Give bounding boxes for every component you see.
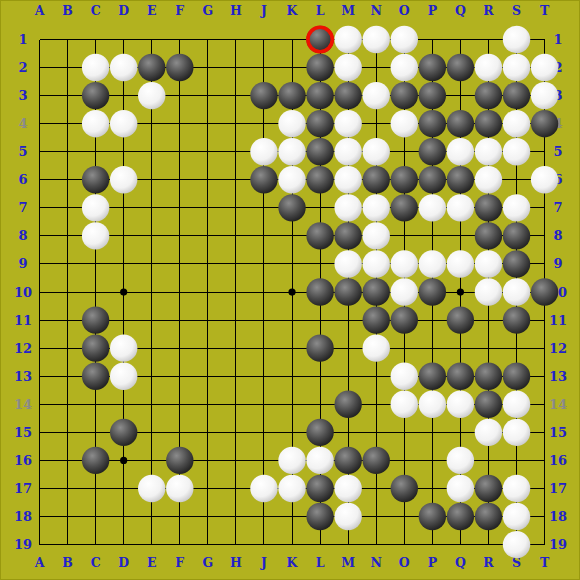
col-label-top: R	[483, 3, 494, 18]
col-label-top: C	[91, 3, 101, 18]
row-label-right: 11	[549, 313, 567, 328]
stone-white-P14	[419, 391, 446, 418]
row-label-left: 10	[14, 285, 32, 300]
stone-white-T3	[531, 82, 558, 109]
row-label-right: 12	[549, 341, 567, 356]
stone-white-F17	[166, 475, 193, 502]
stone-white-M5	[334, 138, 361, 165]
stone-black-N16	[363, 447, 390, 474]
stone-black-R4	[475, 110, 502, 137]
stone-white-O2	[391, 54, 418, 81]
stone-black-P4	[419, 110, 446, 137]
row-label-right: 16	[549, 453, 567, 468]
stone-black-J6	[250, 166, 277, 193]
stone-black-Q18	[447, 503, 474, 530]
row-label-left: 14	[14, 397, 32, 412]
col-label-top: P	[428, 3, 438, 18]
col-label-bottom: D	[118, 555, 129, 570]
stone-white-M9	[334, 250, 361, 277]
stone-black-J3	[250, 82, 277, 109]
col-label-top: K	[287, 3, 299, 18]
stone-black-S9	[503, 250, 530, 277]
row-label-left: 11	[14, 313, 32, 328]
col-label-top: M	[341, 3, 355, 18]
col-label-bottom: F	[175, 555, 184, 570]
col-label-top: B	[62, 3, 73, 18]
stone-black-N10	[363, 278, 390, 305]
stone-black-O6	[391, 166, 418, 193]
stone-white-M18	[334, 503, 361, 530]
row-label-right: 1	[553, 32, 562, 47]
star-point	[457, 288, 464, 295]
stone-black-T4	[531, 110, 558, 137]
stone-white-N9	[363, 250, 390, 277]
stone-black-C6	[82, 166, 109, 193]
stone-white-M17	[334, 475, 361, 502]
go-board-window: AABBCCDDEEFFGGHHJJKKLLMMNNOOPPQQRRSSTT11…	[0, 0, 580, 580]
col-label-top: J	[260, 3, 267, 18]
col-label-bottom: P	[428, 555, 438, 570]
row-label-left: 18	[14, 509, 32, 524]
stone-white-Q5	[447, 138, 474, 165]
stone-white-L16	[306, 447, 333, 474]
stone-white-S2	[503, 54, 530, 81]
stone-black-S3	[503, 82, 530, 109]
row-label-left: 15	[14, 425, 32, 440]
star-point	[288, 288, 295, 295]
stone-white-M7	[334, 194, 361, 221]
stone-white-D12	[110, 334, 137, 361]
stone-white-S4	[503, 110, 530, 137]
stone-white-J5	[250, 138, 277, 165]
stone-white-R6	[475, 166, 502, 193]
stone-black-D15	[110, 419, 137, 446]
star-point	[120, 457, 127, 464]
stone-white-Q17	[447, 475, 474, 502]
stone-black-C16	[82, 447, 109, 474]
row-label-left: 1	[18, 32, 27, 47]
stone-black-S11	[503, 306, 530, 333]
stone-white-P7	[419, 194, 446, 221]
row-label-right: 8	[553, 228, 562, 243]
stone-black-P3	[419, 82, 446, 109]
stone-white-Q9	[447, 250, 474, 277]
stone-black-F2	[166, 54, 193, 81]
row-label-left: 8	[18, 228, 27, 243]
stone-white-Q7	[447, 194, 474, 221]
row-label-right: 5	[553, 144, 562, 159]
stone-black-E2	[138, 54, 165, 81]
row-label-left: 12	[14, 341, 32, 356]
stone-black-M10	[334, 278, 361, 305]
star-point	[120, 288, 127, 295]
col-label-bottom: R	[483, 555, 494, 570]
stone-black-O17	[391, 475, 418, 502]
stone-black-Q2	[447, 54, 474, 81]
stone-black-L18	[306, 503, 333, 530]
row-label-left: 19	[14, 537, 32, 552]
row-label-left: 3	[18, 88, 27, 103]
stone-white-S1	[503, 26, 530, 53]
stone-white-N8	[363, 222, 390, 249]
col-label-top: L	[316, 3, 325, 18]
row-label-left: 5	[18, 144, 27, 159]
stone-white-D4	[110, 110, 137, 137]
stone-white-E17	[138, 475, 165, 502]
stone-white-M1	[334, 26, 361, 53]
stone-white-O10	[391, 278, 418, 305]
row-label-left: 17	[14, 481, 32, 496]
stone-white-K4	[278, 110, 305, 137]
go-board[interactable]: AABBCCDDEEFFGGHHJJKKLLMMNNOOPPQQRRSSTT11…	[1, 1, 579, 579]
stone-black-L3	[306, 82, 333, 109]
stone-white-K16	[278, 447, 305, 474]
col-label-bottom: K	[287, 555, 299, 570]
col-label-top: S	[512, 3, 521, 18]
stone-white-P9	[419, 250, 446, 277]
stone-white-K6	[278, 166, 305, 193]
stone-white-N7	[363, 194, 390, 221]
stone-white-T2	[531, 54, 558, 81]
stone-white-J17	[250, 475, 277, 502]
stone-white-R15	[475, 419, 502, 446]
stone-black-P18	[419, 503, 446, 530]
stone-white-R2	[475, 54, 502, 81]
stone-white-N1	[363, 26, 390, 53]
stone-black-P2	[419, 54, 446, 81]
col-label-bottom: G	[203, 555, 214, 570]
stone-black-L5	[306, 138, 333, 165]
stone-black-O3	[391, 82, 418, 109]
row-label-right: 17	[549, 481, 567, 496]
col-label-top: E	[147, 3, 157, 18]
stone-black-O7	[391, 194, 418, 221]
row-label-right: 18	[549, 509, 567, 524]
stone-black-Q6	[447, 166, 474, 193]
stone-black-P6	[419, 166, 446, 193]
stone-white-C4	[82, 110, 109, 137]
col-label-bottom: L	[316, 555, 325, 570]
stone-black-R17	[475, 475, 502, 502]
col-label-bottom: T	[540, 555, 550, 570]
col-label-bottom: A	[34, 555, 45, 570]
stone-white-S10	[503, 278, 530, 305]
stone-black-S13	[503, 363, 530, 390]
stone-black-M3	[334, 82, 361, 109]
stone-white-O1	[391, 26, 418, 53]
row-label-right: 19	[549, 537, 567, 552]
col-label-bottom: M	[341, 555, 355, 570]
stone-white-E3	[138, 82, 165, 109]
stone-white-R5	[475, 138, 502, 165]
col-label-bottom: C	[91, 555, 101, 570]
stone-black-M16	[334, 447, 361, 474]
stone-white-R9	[475, 250, 502, 277]
stone-black-L4	[306, 110, 333, 137]
stone-white-Q14	[447, 391, 474, 418]
stone-black-R13	[475, 363, 502, 390]
stone-white-D2	[110, 54, 137, 81]
stone-white-D6	[110, 166, 137, 193]
stone-black-F16	[166, 447, 193, 474]
stone-black-T10	[531, 278, 558, 305]
col-label-bottom: J	[260, 555, 267, 570]
stone-black-L15	[306, 419, 333, 446]
stone-black-C13	[82, 363, 109, 390]
col-label-top: T	[540, 3, 550, 18]
stone-white-O14	[391, 391, 418, 418]
stone-black-S8	[503, 222, 530, 249]
col-label-bottom: Q	[455, 555, 466, 570]
stone-white-S17	[503, 475, 530, 502]
stone-white-M4	[334, 110, 361, 137]
stone-black-L12	[306, 334, 333, 361]
stone-white-N12	[363, 334, 390, 361]
stone-black-P10	[419, 278, 446, 305]
stone-black-O11	[391, 306, 418, 333]
row-label-left: 6	[18, 172, 27, 187]
row-label-right: 7	[553, 200, 562, 215]
stone-white-K17	[278, 475, 305, 502]
stone-white-S7	[503, 194, 530, 221]
stone-black-P5	[419, 138, 446, 165]
stone-black-C3	[82, 82, 109, 109]
stone-white-Q16	[447, 447, 474, 474]
row-label-right: 13	[549, 369, 567, 384]
col-label-top: H	[230, 3, 242, 18]
col-label-top: O	[399, 3, 410, 18]
stone-black-N6	[363, 166, 390, 193]
row-label-right: 15	[549, 425, 567, 440]
row-label-left: 13	[14, 369, 32, 384]
stone-white-S15	[503, 419, 530, 446]
col-label-top: A	[34, 3, 45, 18]
stone-black-L17	[306, 475, 333, 502]
stone-black-L8	[306, 222, 333, 249]
col-label-top: F	[175, 3, 184, 18]
stone-white-C2	[82, 54, 109, 81]
stone-black-K7	[278, 194, 305, 221]
stone-white-M6	[334, 166, 361, 193]
stone-white-O9	[391, 250, 418, 277]
stone-black-R8	[475, 222, 502, 249]
stone-white-S5	[503, 138, 530, 165]
col-label-top: G	[203, 3, 214, 18]
stone-white-R10	[475, 278, 502, 305]
stone-black-C11	[82, 306, 109, 333]
stone-white-S18	[503, 503, 530, 530]
stone-black-R14	[475, 391, 502, 418]
col-label-bottom: N	[371, 555, 382, 570]
stone-black-P13	[419, 363, 446, 390]
stone-white-O13	[391, 363, 418, 390]
stone-black-L2	[306, 54, 333, 81]
col-label-bottom: B	[62, 555, 73, 570]
stone-white-S14	[503, 391, 530, 418]
stone-black-R18	[475, 503, 502, 530]
stone-white-T6	[531, 166, 558, 193]
stone-black-L10	[306, 278, 333, 305]
col-label-top: D	[118, 3, 129, 18]
row-label-left: 9	[18, 256, 27, 271]
stone-white-O4	[391, 110, 418, 137]
stone-white-S19	[503, 531, 530, 558]
row-label-left: 4	[18, 116, 27, 131]
stone-black-N11	[363, 306, 390, 333]
stone-white-D13	[110, 363, 137, 390]
stone-white-C8	[82, 222, 109, 249]
row-label-right: 14	[549, 397, 567, 412]
stone-black-Q13	[447, 363, 474, 390]
stone-white-K5	[278, 138, 305, 165]
stone-black-L6	[306, 166, 333, 193]
row-label-left: 2	[18, 60, 27, 75]
row-label-left: 16	[14, 453, 32, 468]
row-label-left: 7	[18, 200, 27, 215]
stone-black-M14	[334, 391, 361, 418]
col-label-bottom: E	[147, 555, 157, 570]
col-label-top: N	[371, 3, 382, 18]
col-label-bottom: H	[230, 555, 242, 570]
stone-white-C7	[82, 194, 109, 221]
stone-black-Q4	[447, 110, 474, 137]
stone-black-R3	[475, 82, 502, 109]
stone-white-N5	[363, 138, 390, 165]
row-label-right: 9	[553, 256, 562, 271]
stone-black-C12	[82, 334, 109, 361]
stone-white-N3	[363, 82, 390, 109]
stone-white-M2	[334, 54, 361, 81]
stone-black-M8	[334, 222, 361, 249]
stone-black-R7	[475, 194, 502, 221]
col-label-top: Q	[455, 3, 466, 18]
col-label-bottom: O	[399, 555, 410, 570]
stone-black-Q11	[447, 306, 474, 333]
stone-black-K3	[278, 82, 305, 109]
